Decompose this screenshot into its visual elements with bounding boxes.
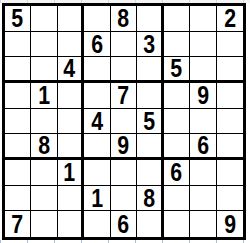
cell-r6c3[interactable]	[58, 134, 84, 160]
cell-r3c6[interactable]	[137, 57, 163, 83]
cell-r7c7[interactable]: 6	[164, 160, 190, 186]
cell-r5c7[interactable]	[164, 109, 190, 135]
cell-r2c9[interactable]	[217, 32, 243, 58]
cell-r2c5[interactable]	[111, 32, 137, 58]
cell-r4c2[interactable]: 1	[31, 83, 57, 109]
cell-digit: 4	[91, 109, 103, 135]
cell-r5c4[interactable]: 4	[84, 109, 110, 135]
cell-r5c9[interactable]	[217, 109, 243, 135]
cell-r5c1[interactable]	[5, 109, 31, 135]
cell-digit: 3	[143, 32, 155, 58]
cell-r9c5[interactable]: 6	[111, 211, 137, 237]
cell-r2c1[interactable]	[5, 32, 31, 58]
cell-digit: 1	[91, 186, 103, 212]
cell-r9c6[interactable]	[137, 211, 163, 237]
cell-r4c7[interactable]	[164, 83, 190, 109]
cell-r1c9[interactable]: 2	[217, 6, 243, 32]
cell-r4c9[interactable]	[217, 83, 243, 109]
cell-digit: 9	[224, 211, 236, 237]
cell-digit: 6	[118, 211, 130, 237]
cell-digit: 1	[38, 83, 50, 109]
cell-r8c1[interactable]	[5, 186, 31, 212]
sudoku-board: 5826345179458961618769	[2, 3, 246, 240]
cell-r5c2[interactable]	[31, 109, 57, 135]
cell-digit: 9	[197, 83, 209, 109]
cell-r8c9[interactable]	[217, 186, 243, 212]
cell-r4c6[interactable]	[137, 83, 163, 109]
cell-digit: 9	[118, 134, 130, 159]
cell-r4c8[interactable]: 9	[190, 83, 216, 109]
cell-r2c2[interactable]	[31, 32, 57, 58]
cell-r1c4[interactable]	[84, 6, 110, 32]
cell-digit: 8	[143, 186, 155, 212]
cell-digit: 5	[170, 57, 182, 82]
cell-r7c3[interactable]: 1	[58, 160, 84, 186]
cell-r2c3[interactable]	[58, 32, 84, 58]
cell-r6c6[interactable]	[137, 134, 163, 160]
cell-r1c7[interactable]	[164, 6, 190, 32]
cell-r7c9[interactable]	[217, 160, 243, 186]
cell-r8c8[interactable]	[190, 186, 216, 212]
cell-r8c7[interactable]	[164, 186, 190, 212]
cell-digit: 5	[143, 109, 155, 135]
cell-r6c8[interactable]: 6	[190, 134, 216, 160]
cell-r4c4[interactable]	[84, 83, 110, 109]
sudoku-screenshot: 5826345179458961618769	[0, 0, 250, 243]
cell-r8c2[interactable]	[31, 186, 57, 212]
cell-r9c4[interactable]	[84, 211, 110, 237]
cell-r2c6[interactable]: 3	[137, 32, 163, 58]
cell-digit: 1	[64, 160, 76, 186]
cell-digit: 6	[170, 160, 182, 186]
cell-r3c8[interactable]	[190, 57, 216, 83]
cell-r3c9[interactable]	[217, 57, 243, 83]
cell-digit: 6	[91, 32, 103, 58]
cell-r2c8[interactable]	[190, 32, 216, 58]
cell-r5c8[interactable]	[190, 109, 216, 135]
cell-digit: 7	[12, 211, 24, 237]
cell-r6c2[interactable]: 8	[31, 134, 57, 160]
cell-r8c6[interactable]: 8	[137, 186, 163, 212]
cell-digit: 8	[118, 6, 130, 32]
cell-digit: 4	[64, 57, 76, 82]
cell-r6c5[interactable]: 9	[111, 134, 137, 160]
cell-r7c5[interactable]	[111, 160, 137, 186]
cell-r8c3[interactable]	[58, 186, 84, 212]
cell-r9c8[interactable]	[190, 211, 216, 237]
cell-digit: 6	[197, 134, 209, 159]
cell-r7c4[interactable]	[84, 160, 110, 186]
cell-digit: 5	[12, 6, 24, 32]
cell-r3c3[interactable]: 4	[58, 57, 84, 83]
cell-r6c7[interactable]	[164, 134, 190, 160]
cell-r9c7[interactable]	[164, 211, 190, 237]
cell-r3c4[interactable]	[84, 57, 110, 83]
cell-digit: 8	[38, 134, 50, 159]
cell-r2c7[interactable]	[164, 32, 190, 58]
cell-r5c5[interactable]	[111, 109, 137, 135]
cell-r1c6[interactable]	[137, 6, 163, 32]
cell-r4c3[interactable]	[58, 83, 84, 109]
cell-r3c1[interactable]	[5, 57, 31, 83]
cell-r1c8[interactable]	[190, 6, 216, 32]
cell-r5c3[interactable]	[58, 109, 84, 135]
cell-r4c1[interactable]	[5, 83, 31, 109]
cell-r1c2[interactable]	[31, 6, 57, 32]
cell-r9c9[interactable]: 9	[217, 211, 243, 237]
cell-r9c1[interactable]: 7	[5, 211, 31, 237]
cell-r6c4[interactable]	[84, 134, 110, 160]
cell-r2c4[interactable]: 6	[84, 32, 110, 58]
cell-r5c6[interactable]: 5	[137, 109, 163, 135]
cell-r3c7[interactable]: 5	[164, 57, 190, 83]
cell-r1c1[interactable]: 5	[5, 6, 31, 32]
cell-r6c1[interactable]	[5, 134, 31, 160]
cell-r6c9[interactable]	[217, 134, 243, 160]
cell-r7c8[interactable]	[190, 160, 216, 186]
cell-digit: 7	[118, 83, 130, 109]
cell-r7c6[interactable]	[137, 160, 163, 186]
cell-r9c3[interactable]	[58, 211, 84, 237]
cell-r4c5[interactable]: 7	[111, 83, 137, 109]
cell-r1c3[interactable]	[58, 6, 84, 32]
cell-digit: 2	[224, 6, 236, 32]
cell-r3c2[interactable]	[31, 57, 57, 83]
cell-r1c5[interactable]: 8	[111, 6, 137, 32]
cell-r8c5[interactable]	[111, 186, 137, 212]
cell-r8c4[interactable]: 1	[84, 186, 110, 212]
cell-r3c5[interactable]	[111, 57, 137, 83]
cell-r7c2[interactable]	[31, 160, 57, 186]
cell-r7c1[interactable]	[5, 160, 31, 186]
cell-r9c2[interactable]	[31, 211, 57, 237]
